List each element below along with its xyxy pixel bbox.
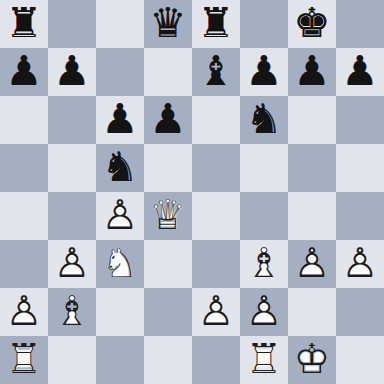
piece-white-pawn[interactable]: ♟♙	[288, 240, 336, 288]
black-bishop-icon: ♝	[192, 48, 240, 96]
white-king-icon: ♔	[288, 336, 336, 384]
square-b3[interactable]: ♟♙	[48, 240, 96, 288]
square-b5[interactable]	[48, 144, 96, 192]
square-c2[interactable]	[96, 288, 144, 336]
piece-white-knight[interactable]: ♞♘	[96, 240, 144, 288]
square-g8[interactable]: ♚♚	[288, 0, 336, 48]
square-e2[interactable]: ♟♙	[192, 288, 240, 336]
square-e7[interactable]: ♝♝	[192, 48, 240, 96]
square-g4[interactable]	[288, 192, 336, 240]
square-d7[interactable]	[144, 48, 192, 96]
square-h6[interactable]	[336, 96, 384, 144]
white-bishop-icon: ♗	[48, 288, 96, 336]
square-c1[interactable]	[96, 336, 144, 384]
piece-black-pawn[interactable]: ♟♟	[336, 48, 384, 96]
square-f7[interactable]: ♟♟	[240, 48, 288, 96]
piece-black-knight[interactable]: ♞♞	[96, 144, 144, 192]
square-f1[interactable]: ♜♖	[240, 336, 288, 384]
piece-black-pawn[interactable]: ♟♟	[144, 96, 192, 144]
square-a6[interactable]	[0, 96, 48, 144]
square-c3[interactable]: ♞♘	[96, 240, 144, 288]
piece-black-pawn[interactable]: ♟♟	[96, 96, 144, 144]
square-a8[interactable]: ♜♜	[0, 0, 48, 48]
square-d1[interactable]	[144, 336, 192, 384]
square-e4[interactable]	[192, 192, 240, 240]
piece-white-bishop[interactable]: ♝♗	[240, 240, 288, 288]
black-pawn-icon: ♟	[336, 48, 384, 96]
square-e3[interactable]	[192, 240, 240, 288]
square-g7[interactable]: ♟♟	[288, 48, 336, 96]
white-pawn-icon: ♙	[96, 192, 144, 240]
chess-board: ♜♜♛♛♜♜♚♚♟♟♟♟♝♝♟♟♟♟♟♟♟♟♟♟♞♞♞♞♟♙♛♕♟♙♞♘♝♗♟♙…	[0, 0, 384, 384]
square-b6[interactable]	[48, 96, 96, 144]
square-b7[interactable]: ♟♟	[48, 48, 96, 96]
square-a2[interactable]: ♟♙	[0, 288, 48, 336]
square-e8[interactable]: ♜♜	[192, 0, 240, 48]
square-f6[interactable]: ♞♞	[240, 96, 288, 144]
black-pawn-icon: ♟	[144, 96, 192, 144]
piece-white-king[interactable]: ♚♔	[288, 336, 336, 384]
piece-white-pawn[interactable]: ♟♙	[192, 288, 240, 336]
piece-white-bishop[interactable]: ♝♗	[48, 288, 96, 336]
black-pawn-icon: ♟	[0, 48, 48, 96]
black-pawn-icon: ♟	[288, 48, 336, 96]
white-knight-icon: ♘	[96, 240, 144, 288]
black-king-icon: ♚	[288, 0, 336, 48]
square-f8[interactable]	[240, 0, 288, 48]
piece-black-pawn[interactable]: ♟♟	[288, 48, 336, 96]
square-g5[interactable]	[288, 144, 336, 192]
white-pawn-icon: ♙	[48, 240, 96, 288]
square-c7[interactable]	[96, 48, 144, 96]
square-f3[interactable]: ♝♗	[240, 240, 288, 288]
white-bishop-icon: ♗	[240, 240, 288, 288]
piece-black-rook[interactable]: ♜♜	[192, 0, 240, 48]
black-rook-icon: ♜	[192, 0, 240, 48]
black-knight-icon: ♞	[240, 96, 288, 144]
piece-black-pawn[interactable]: ♟♟	[240, 48, 288, 96]
square-c6[interactable]: ♟♟	[96, 96, 144, 144]
square-b2[interactable]: ♝♗	[48, 288, 96, 336]
piece-white-queen[interactable]: ♛♕	[144, 192, 192, 240]
black-rook-icon: ♜	[0, 0, 48, 48]
piece-white-pawn[interactable]: ♟♙	[48, 240, 96, 288]
square-h7[interactable]: ♟♟	[336, 48, 384, 96]
piece-black-knight[interactable]: ♞♞	[240, 96, 288, 144]
white-pawn-icon: ♙	[0, 288, 48, 336]
square-c4[interactable]: ♟♙	[96, 192, 144, 240]
square-h1[interactable]	[336, 336, 384, 384]
piece-black-rook[interactable]: ♜♜	[0, 0, 48, 48]
square-b4[interactable]	[48, 192, 96, 240]
square-b8[interactable]	[48, 0, 96, 48]
square-e6[interactable]	[192, 96, 240, 144]
square-g3[interactable]: ♟♙	[288, 240, 336, 288]
square-e5[interactable]	[192, 144, 240, 192]
square-b1[interactable]	[48, 336, 96, 384]
white-pawn-icon: ♙	[240, 288, 288, 336]
white-rook-icon: ♖	[240, 336, 288, 384]
black-pawn-icon: ♟	[96, 96, 144, 144]
square-d3[interactable]	[144, 240, 192, 288]
square-f5[interactable]	[240, 144, 288, 192]
square-h5[interactable]	[336, 144, 384, 192]
black-pawn-icon: ♟	[48, 48, 96, 96]
white-pawn-icon: ♙	[288, 240, 336, 288]
square-e1[interactable]	[192, 336, 240, 384]
square-h8[interactable]	[336, 0, 384, 48]
square-a7[interactable]: ♟♟	[0, 48, 48, 96]
white-pawn-icon: ♙	[192, 288, 240, 336]
black-queen-icon: ♛	[144, 0, 192, 48]
square-h2[interactable]	[336, 288, 384, 336]
square-g1[interactable]: ♚♔	[288, 336, 336, 384]
black-pawn-icon: ♟	[240, 48, 288, 96]
piece-white-pawn[interactable]: ♟♙	[336, 240, 384, 288]
piece-white-pawn[interactable]: ♟♙	[240, 288, 288, 336]
white-rook-icon: ♖	[0, 336, 48, 384]
piece-black-pawn[interactable]: ♟♟	[0, 48, 48, 96]
piece-black-queen[interactable]: ♛♛	[144, 0, 192, 48]
black-knight-icon: ♞	[96, 144, 144, 192]
square-g2[interactable]	[288, 288, 336, 336]
square-d4[interactable]: ♛♕	[144, 192, 192, 240]
square-d5[interactable]	[144, 144, 192, 192]
piece-white-rook[interactable]: ♜♖	[240, 336, 288, 384]
piece-white-pawn[interactable]: ♟♙	[0, 288, 48, 336]
square-h4[interactable]	[336, 192, 384, 240]
square-d6[interactable]: ♟♟	[144, 96, 192, 144]
square-c8[interactable]	[96, 0, 144, 48]
square-d8[interactable]: ♛♛	[144, 0, 192, 48]
square-h3[interactable]: ♟♙	[336, 240, 384, 288]
square-a4[interactable]	[0, 192, 48, 240]
square-f2[interactable]: ♟♙	[240, 288, 288, 336]
white-queen-icon: ♕	[144, 192, 192, 240]
square-d2[interactable]	[144, 288, 192, 336]
piece-black-king[interactable]: ♚♚	[288, 0, 336, 48]
piece-black-pawn[interactable]: ♟♟	[48, 48, 96, 96]
square-c5[interactable]: ♞♞	[96, 144, 144, 192]
square-a5[interactable]	[0, 144, 48, 192]
piece-white-pawn[interactable]: ♟♙	[96, 192, 144, 240]
square-a3[interactable]	[0, 240, 48, 288]
square-f4[interactable]	[240, 192, 288, 240]
piece-white-rook[interactable]: ♜♖	[0, 336, 48, 384]
white-pawn-icon: ♙	[336, 240, 384, 288]
square-a1[interactable]: ♜♖	[0, 336, 48, 384]
square-g6[interactable]	[288, 96, 336, 144]
piece-black-bishop[interactable]: ♝♝	[192, 48, 240, 96]
